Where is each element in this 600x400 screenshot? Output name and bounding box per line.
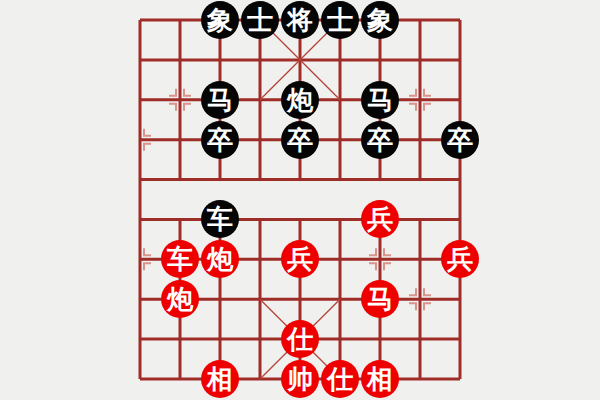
red-advisor-glyph: 仕 [321,360,359,398]
red-general-glyph: 帅 [281,360,319,398]
piece-black-advisor-f6r1[interactable]: 士 [320,0,360,40]
piece-black-elephant-f3r1[interactable]: 象 [200,0,240,40]
red-soldier-glyph: 兵 [281,240,319,278]
piece-red-horse-f7r8[interactable]: 马 [360,279,400,319]
piece-black-advisor-f4r1[interactable]: 士 [240,0,280,40]
piece-red-elephant-f3r10[interactable]: 相 [200,359,240,399]
black-advisor-glyph: 士 [241,1,279,39]
piece-red-advisor-f6r10[interactable]: 仕 [320,359,360,399]
black-soldier-glyph: 卒 [441,121,479,159]
piece-red-general-f5r10[interactable]: 帅 [280,359,320,399]
piece-black-horse-f3r3[interactable]: 马 [200,80,240,120]
piece-black-soldier-f5r4[interactable]: 卒 [280,120,320,160]
red-soldier-glyph: 兵 [361,200,399,238]
red-cannon-glyph: 炮 [161,280,199,318]
piece-red-chariot-f2r7[interactable]: 车 [160,239,200,279]
piece-black-soldier-f9r4[interactable]: 卒 [440,120,480,160]
black-advisor-glyph: 士 [321,1,359,39]
piece-red-soldier-f9r7[interactable]: 兵 [440,239,480,279]
piece-red-cannon-f2r8[interactable]: 炮 [160,279,200,319]
red-horse-glyph: 马 [361,280,399,318]
piece-red-soldier-f7r6[interactable]: 兵 [360,199,400,239]
black-elephant-glyph: 象 [201,1,239,39]
piece-black-chariot-f3r6[interactable]: 车 [200,199,240,239]
red-elephant-glyph: 相 [201,360,239,398]
black-horse-glyph: 马 [201,81,239,119]
black-general-glyph: 将 [281,1,319,39]
piece-red-cannon-f3r7[interactable]: 炮 [200,239,240,279]
black-cannon-glyph: 炮 [281,81,319,119]
piece-black-soldier-f3r4[interactable]: 卒 [200,120,240,160]
red-chariot-glyph: 车 [161,240,199,278]
piece-red-elephant-f7r10[interactable]: 相 [360,359,400,399]
piece-red-advisor-f5r9[interactable]: 仕 [280,319,320,359]
black-soldier-glyph: 卒 [281,121,319,159]
piece-black-general-f5r1[interactable]: 将 [280,0,320,40]
red-cannon-glyph: 炮 [201,240,239,278]
red-soldier-glyph: 兵 [441,240,479,278]
pieces-layer: 象士将士象马炮马卒卒卒卒车兵车炮兵兵炮马仕相帅仕相 [120,0,480,399]
black-elephant-glyph: 象 [361,1,399,39]
piece-red-soldier-f5r7[interactable]: 兵 [280,239,320,279]
red-advisor-glyph: 仕 [281,320,319,358]
piece-black-cannon-f5r3[interactable]: 炮 [280,80,320,120]
black-soldier-glyph: 卒 [201,121,239,159]
black-horse-glyph: 马 [361,81,399,119]
black-soldier-glyph: 卒 [361,121,399,159]
red-elephant-glyph: 相 [361,360,399,398]
xiangqi-board: 象士将士象马炮马卒卒卒卒车兵车炮兵兵炮马仕相帅仕相 [0,0,600,400]
black-chariot-glyph: 车 [201,200,239,238]
piece-black-soldier-f7r4[interactable]: 卒 [360,120,400,160]
piece-black-horse-f7r3[interactable]: 马 [360,80,400,120]
piece-black-elephant-f7r1[interactable]: 象 [360,0,400,40]
